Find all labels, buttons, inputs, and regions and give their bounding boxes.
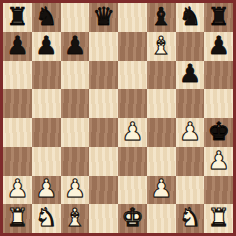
square-d7[interactable] (89, 32, 118, 61)
piece-black-queen-d8[interactable]: ♛ (92, 4, 114, 29)
square-e4[interactable]: ♟ (118, 118, 147, 147)
square-d4[interactable] (89, 118, 118, 147)
piece-white-knight-g1[interactable]: ♞ (179, 205, 201, 230)
piece-black-knight-g8[interactable]: ♞ (179, 4, 201, 29)
square-d8[interactable]: ♛ (89, 3, 118, 32)
piece-black-rook-a8[interactable]: ♜ (6, 4, 28, 29)
piece-black-pawn-a7[interactable]: ♟ (6, 33, 28, 58)
square-f7[interactable]: ♝ (147, 32, 176, 61)
piece-black-bishop-f8[interactable]: ♝ (150, 4, 172, 29)
square-a3[interactable] (3, 147, 32, 176)
square-g8[interactable]: ♞ (176, 3, 205, 32)
piece-black-king-h4[interactable]: ♚ (207, 119, 229, 144)
square-b8[interactable]: ♞ (32, 3, 61, 32)
square-g3[interactable] (176, 147, 205, 176)
square-b3[interactable] (32, 147, 61, 176)
square-c6[interactable] (61, 61, 90, 90)
square-f4[interactable] (147, 118, 176, 147)
square-e2[interactable] (118, 176, 147, 205)
square-e3[interactable] (118, 147, 147, 176)
square-d6[interactable] (89, 61, 118, 90)
square-b6[interactable] (32, 61, 61, 90)
square-d3[interactable] (89, 147, 118, 176)
piece-white-bishop-f7[interactable]: ♝ (150, 33, 172, 58)
square-f2[interactable]: ♟ (147, 176, 176, 205)
piece-black-pawn-h7[interactable]: ♟ (207, 33, 229, 58)
piece-white-pawn-c2[interactable]: ♟ (64, 176, 86, 201)
square-h1[interactable]: ♜ (204, 204, 233, 233)
chess-app: ♜♞♛♝♞♜♟♟♟♝♟♟♟♟♚♟♟♟♟♟♜♞♝♚♞♜ (0, 0, 236, 236)
square-g6[interactable]: ♟ (176, 61, 205, 90)
square-g1[interactable]: ♞ (176, 204, 205, 233)
square-g5[interactable] (176, 89, 205, 118)
square-a5[interactable] (3, 89, 32, 118)
square-b5[interactable] (32, 89, 61, 118)
square-g2[interactable] (176, 176, 205, 205)
square-a1[interactable]: ♜ (3, 204, 32, 233)
piece-black-pawn-c7[interactable]: ♟ (64, 33, 86, 58)
square-b7[interactable]: ♟ (32, 32, 61, 61)
square-e8[interactable] (118, 3, 147, 32)
chess-board: ♜♞♛♝♞♜♟♟♟♝♟♟♟♟♚♟♟♟♟♟♜♞♝♚♞♜ (0, 0, 236, 236)
square-c1[interactable]: ♝ (61, 204, 90, 233)
piece-black-knight-b8[interactable]: ♞ (35, 4, 57, 29)
square-b2[interactable]: ♟ (32, 176, 61, 205)
square-e6[interactable] (118, 61, 147, 90)
square-h6[interactable] (204, 61, 233, 90)
piece-black-pawn-g6[interactable]: ♟ (179, 61, 201, 86)
square-h8[interactable]: ♜ (204, 3, 233, 32)
piece-black-rook-h8[interactable]: ♜ (207, 4, 229, 29)
piece-white-rook-a1[interactable]: ♜ (6, 205, 28, 230)
square-h7[interactable]: ♟ (204, 32, 233, 61)
square-f3[interactable] (147, 147, 176, 176)
piece-white-pawn-b2[interactable]: ♟ (35, 176, 57, 201)
square-a2[interactable]: ♟ (3, 176, 32, 205)
square-e1[interactable]: ♚ (118, 204, 147, 233)
square-a7[interactable]: ♟ (3, 32, 32, 61)
square-c5[interactable] (61, 89, 90, 118)
square-d1[interactable] (89, 204, 118, 233)
square-g7[interactable] (176, 32, 205, 61)
square-d2[interactable] (89, 176, 118, 205)
piece-white-pawn-a2[interactable]: ♟ (6, 176, 28, 201)
square-g4[interactable]: ♟ (176, 118, 205, 147)
piece-white-king-e1[interactable]: ♚ (121, 205, 143, 230)
square-f5[interactable] (147, 89, 176, 118)
square-c2[interactable]: ♟ (61, 176, 90, 205)
piece-white-knight-b1[interactable]: ♞ (35, 205, 57, 230)
square-c8[interactable] (61, 3, 90, 32)
piece-white-rook-h1[interactable]: ♜ (207, 205, 229, 230)
square-d5[interactable] (89, 89, 118, 118)
square-a8[interactable]: ♜ (3, 3, 32, 32)
piece-white-pawn-e4[interactable]: ♟ (121, 119, 143, 144)
square-b1[interactable]: ♞ (32, 204, 61, 233)
square-b4[interactable] (32, 118, 61, 147)
piece-white-pawn-g4[interactable]: ♟ (179, 119, 201, 144)
square-a4[interactable] (3, 118, 32, 147)
square-h3[interactable]: ♟ (204, 147, 233, 176)
square-c3[interactable] (61, 147, 90, 176)
piece-white-pawn-f2[interactable]: ♟ (150, 176, 172, 201)
square-c4[interactable] (61, 118, 90, 147)
square-e5[interactable] (118, 89, 147, 118)
square-h2[interactable] (204, 176, 233, 205)
piece-white-pawn-h3[interactable]: ♟ (207, 148, 229, 173)
square-f8[interactable]: ♝ (147, 3, 176, 32)
square-a6[interactable] (3, 61, 32, 90)
square-f6[interactable] (147, 61, 176, 90)
piece-white-bishop-c1[interactable]: ♝ (64, 205, 86, 230)
square-h4[interactable]: ♚ (204, 118, 233, 147)
square-h5[interactable] (204, 89, 233, 118)
piece-black-pawn-b7[interactable]: ♟ (35, 33, 57, 58)
square-f1[interactable] (147, 204, 176, 233)
square-c7[interactable]: ♟ (61, 32, 90, 61)
square-e7[interactable] (118, 32, 147, 61)
